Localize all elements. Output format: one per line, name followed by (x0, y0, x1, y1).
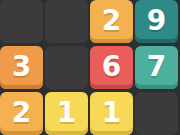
tile-number: 6 (102, 53, 121, 81)
tile-7[interactable]: 7 (135, 46, 178, 89)
game-screen: 29367211 (0, 0, 180, 135)
tile-number: 1 (102, 99, 121, 127)
board-cell-empty (135, 92, 178, 135)
tile-number: 7 (147, 53, 166, 81)
tile-number: 1 (57, 99, 76, 127)
tile-9[interactable]: 9 (135, 0, 178, 43)
board-cell-empty (45, 46, 88, 89)
tile-6[interactable]: 6 (90, 46, 133, 89)
tile-number: 3 (12, 53, 31, 81)
board-cell-empty (45, 0, 88, 43)
tile-number: 2 (102, 7, 121, 35)
tile-number: 9 (147, 7, 166, 35)
tile-number: 2 (12, 99, 31, 127)
game-board: 29367211 (0, 0, 178, 135)
tile-2[interactable]: 2 (90, 0, 133, 43)
tile-2[interactable]: 2 (0, 92, 43, 135)
tile-1[interactable]: 1 (90, 92, 133, 135)
tile-1[interactable]: 1 (45, 92, 88, 135)
board-cell-empty (0, 0, 43, 43)
tile-3[interactable]: 3 (0, 46, 43, 89)
